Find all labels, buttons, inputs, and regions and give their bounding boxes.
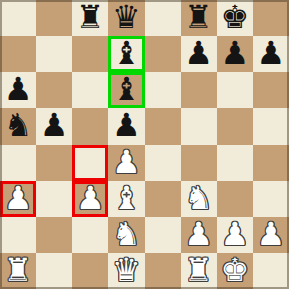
black-pawn-icon[interactable]: ♟ xyxy=(112,109,141,141)
black-bishop-icon[interactable]: ♝ xyxy=(112,73,141,105)
square-f2[interactable]: ♟ xyxy=(181,217,217,253)
square-g7[interactable]: ♟ xyxy=(217,36,253,72)
square-b2[interactable] xyxy=(36,217,72,253)
square-b5[interactable]: ♟ xyxy=(36,108,72,144)
square-g8[interactable]: ♚ xyxy=(217,0,253,36)
square-b1[interactable] xyxy=(36,253,72,289)
square-f6[interactable] xyxy=(181,72,217,108)
square-g2[interactable]: ♟ xyxy=(217,217,253,253)
square-d7-highlighted[interactable]: ♝ xyxy=(108,36,144,72)
square-a7[interactable] xyxy=(0,36,36,72)
square-a5[interactable]: ♞ xyxy=(0,108,36,144)
white-queen-icon[interactable]: ♛ xyxy=(112,254,141,286)
white-knight-icon[interactable]: ♞ xyxy=(112,218,141,250)
black-pawn-icon[interactable]: ♟ xyxy=(40,109,69,141)
square-g3[interactable] xyxy=(217,181,253,217)
square-h5[interactable] xyxy=(253,108,289,144)
square-b3[interactable] xyxy=(36,181,72,217)
square-a6[interactable]: ♟ xyxy=(0,72,36,108)
square-c6[interactable] xyxy=(72,72,108,108)
black-rook-icon[interactable]: ♜ xyxy=(184,1,213,33)
square-d5[interactable]: ♟ xyxy=(108,108,144,144)
square-c4-highlighted[interactable] xyxy=(72,145,108,181)
square-e1[interactable] xyxy=(145,253,181,289)
square-h7[interactable]: ♟ xyxy=(253,36,289,72)
white-bishop-icon[interactable]: ♝ xyxy=(112,182,141,214)
chess-board-container: ♜♛♜♚♝♟♟♟♟♝♞♟♟♟♟♟♝♞♞♟♟♟♜♛♜♚ xyxy=(0,0,289,289)
black-knight-icon[interactable]: ♞ xyxy=(4,109,33,141)
square-c7[interactable] xyxy=(72,36,108,72)
black-pawn-icon[interactable]: ♟ xyxy=(184,37,213,69)
square-e4[interactable] xyxy=(145,145,181,181)
square-e8[interactable] xyxy=(145,0,181,36)
square-d2[interactable]: ♞ xyxy=(108,217,144,253)
square-e5[interactable] xyxy=(145,108,181,144)
black-king-icon[interactable]: ♚ xyxy=(220,1,249,33)
square-d3[interactable]: ♝ xyxy=(108,181,144,217)
white-king-icon[interactable]: ♚ xyxy=(220,254,249,286)
square-a2[interactable] xyxy=(0,217,36,253)
black-pawn-icon[interactable]: ♟ xyxy=(257,37,286,69)
square-c5[interactable] xyxy=(72,108,108,144)
white-pawn-icon[interactable]: ♟ xyxy=(184,218,213,250)
white-pawn-icon[interactable]: ♟ xyxy=(257,218,286,250)
square-a4[interactable] xyxy=(0,145,36,181)
square-h6[interactable] xyxy=(253,72,289,108)
square-e3[interactable] xyxy=(145,181,181,217)
white-rook-icon[interactable]: ♜ xyxy=(4,254,33,286)
square-b8[interactable] xyxy=(36,0,72,36)
square-d4[interactable]: ♟ xyxy=(108,145,144,181)
square-a8[interactable] xyxy=(0,0,36,36)
square-b6[interactable] xyxy=(36,72,72,108)
white-rook-icon[interactable]: ♜ xyxy=(184,254,213,286)
black-bishop-icon[interactable]: ♝ xyxy=(112,37,141,69)
square-f8[interactable]: ♜ xyxy=(181,0,217,36)
white-pawn-icon[interactable]: ♟ xyxy=(220,218,249,250)
square-d8[interactable]: ♛ xyxy=(108,0,144,36)
square-c3-highlighted[interactable]: ♟ xyxy=(72,181,108,217)
black-rook-icon[interactable]: ♜ xyxy=(76,1,105,33)
square-h1[interactable] xyxy=(253,253,289,289)
square-b7[interactable] xyxy=(36,36,72,72)
square-a1[interactable]: ♜ xyxy=(0,253,36,289)
square-h3[interactable] xyxy=(253,181,289,217)
square-g1[interactable]: ♚ xyxy=(217,253,253,289)
square-c2[interactable] xyxy=(72,217,108,253)
square-c1[interactable] xyxy=(72,253,108,289)
white-pawn-icon[interactable]: ♟ xyxy=(112,146,141,178)
black-pawn-icon[interactable]: ♟ xyxy=(220,37,249,69)
black-queen-icon[interactable]: ♛ xyxy=(112,1,141,33)
square-a3-highlighted[interactable]: ♟ xyxy=(0,181,36,217)
square-f4[interactable] xyxy=(181,145,217,181)
square-h2[interactable]: ♟ xyxy=(253,217,289,253)
square-h4[interactable] xyxy=(253,145,289,181)
chess-board: ♜♛♜♚♝♟♟♟♟♝♞♟♟♟♟♟♝♞♞♟♟♟♜♛♜♚ xyxy=(0,0,289,289)
square-g6[interactable] xyxy=(217,72,253,108)
square-g5[interactable] xyxy=(217,108,253,144)
black-pawn-icon[interactable]: ♟ xyxy=(4,73,33,105)
white-pawn-icon[interactable]: ♟ xyxy=(4,182,33,214)
square-f5[interactable] xyxy=(181,108,217,144)
white-pawn-icon[interactable]: ♟ xyxy=(76,182,105,214)
square-f1[interactable]: ♜ xyxy=(181,253,217,289)
white-knight-icon[interactable]: ♞ xyxy=(184,182,213,214)
square-f7[interactable]: ♟ xyxy=(181,36,217,72)
square-d1[interactable]: ♛ xyxy=(108,253,144,289)
square-f3[interactable]: ♞ xyxy=(181,181,217,217)
square-h8[interactable] xyxy=(253,0,289,36)
square-g4[interactable] xyxy=(217,145,253,181)
square-e6[interactable] xyxy=(145,72,181,108)
square-e7[interactable] xyxy=(145,36,181,72)
square-b4[interactable] xyxy=(36,145,72,181)
square-d6-highlighted[interactable]: ♝ xyxy=(108,72,144,108)
square-c8[interactable]: ♜ xyxy=(72,0,108,36)
square-e2[interactable] xyxy=(145,217,181,253)
